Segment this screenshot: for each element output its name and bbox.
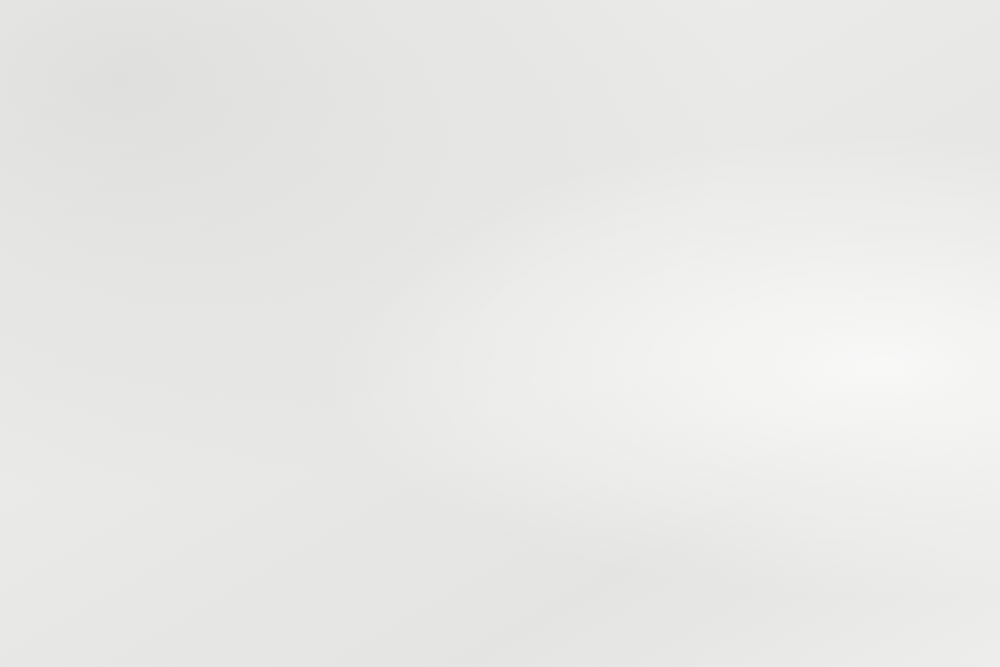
chess-set-product-photo (0, 0, 1000, 667)
chessboard (0, 0, 1000, 667)
